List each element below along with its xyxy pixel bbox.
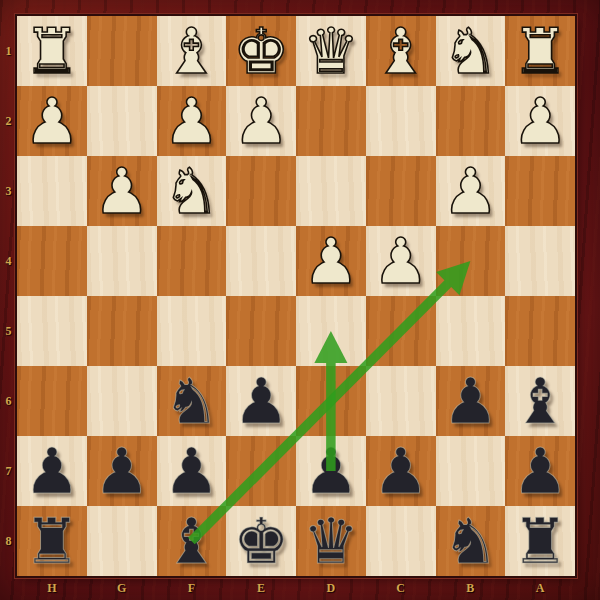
black-pawn-f7: ♟ <box>163 440 219 503</box>
square-a3[interactable] <box>505 156 575 226</box>
square-d5[interactable] <box>296 296 366 366</box>
black-knight-f6: ♞ <box>163 370 219 433</box>
square-f1[interactable]: ♝ <box>157 16 227 86</box>
square-e7[interactable] <box>226 436 296 506</box>
white-pawn-e2: ♟ <box>233 90 289 153</box>
white-bishop-c1: ♝ <box>372 20 428 83</box>
square-f4[interactable] <box>157 226 227 296</box>
file-label-a: A <box>505 578 575 598</box>
square-c4[interactable]: ♟ <box>366 226 436 296</box>
square-a1[interactable]: ♜ <box>505 16 575 86</box>
white-king-e1: ♚ <box>233 20 289 83</box>
square-a7[interactable]: ♟ <box>505 436 575 506</box>
square-e1[interactable]: ♚ <box>226 16 296 86</box>
square-b6[interactable]: ♟ <box>436 366 506 436</box>
black-rook-a8: ♜ <box>512 510 568 573</box>
square-d1[interactable]: ♛ <box>296 16 366 86</box>
white-pawn-d4: ♟ <box>303 230 359 293</box>
file-label-b: B <box>436 578 506 598</box>
black-pawn-g7: ♟ <box>93 440 149 503</box>
black-queen-d8: ♛ <box>303 510 359 573</box>
square-c5[interactable] <box>366 296 436 366</box>
square-h3[interactable] <box>17 156 87 226</box>
square-h7[interactable]: ♟ <box>17 436 87 506</box>
file-label-c: C <box>366 578 436 598</box>
square-c1[interactable]: ♝ <box>366 16 436 86</box>
square-d2[interactable] <box>296 86 366 156</box>
square-b3[interactable]: ♟ <box>436 156 506 226</box>
black-knight-b8: ♞ <box>442 510 498 573</box>
square-e3[interactable] <box>226 156 296 226</box>
square-c2[interactable] <box>366 86 436 156</box>
square-h2[interactable]: ♟ <box>17 86 87 156</box>
square-d8[interactable]: ♛ <box>296 506 366 576</box>
white-pawn-a2: ♟ <box>512 90 568 153</box>
rank-label-2: 2 <box>0 86 17 156</box>
black-pawn-a7: ♟ <box>512 440 568 503</box>
square-b7[interactable] <box>436 436 506 506</box>
square-a8[interactable]: ♜ <box>505 506 575 576</box>
square-b1[interactable]: ♞ <box>436 16 506 86</box>
white-bishop-f1: ♝ <box>163 20 219 83</box>
square-c8[interactable] <box>366 506 436 576</box>
chess-board: ♜♝♚♛♝♞♜♟♟♟♟♟♞♟♟♟♞♟♟♝♟♟♟♟♟♟♜♝♚♛♞♜ <box>17 16 575 576</box>
black-bishop-f8: ♝ <box>163 510 219 573</box>
square-f3[interactable]: ♞ <box>157 156 227 226</box>
square-g1[interactable] <box>87 16 157 86</box>
square-g2[interactable] <box>87 86 157 156</box>
square-f6[interactable]: ♞ <box>157 366 227 436</box>
square-d3[interactable] <box>296 156 366 226</box>
file-label-d: D <box>296 578 366 598</box>
square-h4[interactable] <box>17 226 87 296</box>
square-d4[interactable]: ♟ <box>296 226 366 296</box>
white-pawn-g3: ♟ <box>93 160 149 223</box>
square-h6[interactable] <box>17 366 87 436</box>
black-rook-h8: ♜ <box>24 510 80 573</box>
rank-label-4: 4 <box>0 226 17 296</box>
file-label-e: E <box>226 578 296 598</box>
square-d6[interactable] <box>296 366 366 436</box>
square-f8[interactable]: ♝ <box>157 506 227 576</box>
square-c7[interactable]: ♟ <box>366 436 436 506</box>
square-b4[interactable] <box>436 226 506 296</box>
square-b8[interactable]: ♞ <box>436 506 506 576</box>
square-e6[interactable]: ♟ <box>226 366 296 436</box>
white-pawn-h2: ♟ <box>24 90 80 153</box>
white-rook-a1: ♜ <box>512 20 568 83</box>
black-pawn-e6: ♟ <box>233 370 289 433</box>
square-g5[interactable] <box>87 296 157 366</box>
rank-label-3: 3 <box>0 156 17 226</box>
square-e8[interactable]: ♚ <box>226 506 296 576</box>
square-e5[interactable] <box>226 296 296 366</box>
square-c6[interactable] <box>366 366 436 436</box>
file-label-g: G <box>87 578 157 598</box>
black-pawn-c7: ♟ <box>372 440 428 503</box>
white-pawn-c4: ♟ <box>372 230 428 293</box>
square-g3[interactable]: ♟ <box>87 156 157 226</box>
square-h1[interactable]: ♜ <box>17 16 87 86</box>
white-rook-h1: ♜ <box>24 20 80 83</box>
white-pawn-f2: ♟ <box>163 90 219 153</box>
black-king-e8: ♚ <box>233 510 289 573</box>
black-pawn-b6: ♟ <box>442 370 498 433</box>
square-f5[interactable] <box>157 296 227 366</box>
rank-label-6: 6 <box>0 366 17 436</box>
square-d7[interactable]: ♟ <box>296 436 366 506</box>
rank-label-1: 1 <box>0 16 17 86</box>
square-a4[interactable] <box>505 226 575 296</box>
square-a2[interactable]: ♟ <box>505 86 575 156</box>
square-g6[interactable] <box>87 366 157 436</box>
square-h5[interactable] <box>17 296 87 366</box>
white-queen-d1: ♛ <box>303 20 359 83</box>
square-c3[interactable] <box>366 156 436 226</box>
square-e2[interactable]: ♟ <box>226 86 296 156</box>
square-g8[interactable] <box>87 506 157 576</box>
square-g7[interactable]: ♟ <box>87 436 157 506</box>
white-knight-f3: ♞ <box>163 160 219 223</box>
white-knight-b1: ♞ <box>442 20 498 83</box>
black-pawn-d7: ♟ <box>303 440 359 503</box>
square-b5[interactable] <box>436 296 506 366</box>
square-a6[interactable]: ♝ <box>505 366 575 436</box>
square-f7[interactable]: ♟ <box>157 436 227 506</box>
black-pawn-h7: ♟ <box>24 440 80 503</box>
square-f2[interactable]: ♟ <box>157 86 227 156</box>
square-b2[interactable] <box>436 86 506 156</box>
rank-label-5: 5 <box>0 296 17 366</box>
file-label-f: F <box>157 578 227 598</box>
rank-label-7: 7 <box>0 436 17 506</box>
square-h8[interactable]: ♜ <box>17 506 87 576</box>
square-e4[interactable] <box>226 226 296 296</box>
file-label-h: H <box>17 578 87 598</box>
white-pawn-b3: ♟ <box>442 160 498 223</box>
black-bishop-a6: ♝ <box>512 370 568 433</box>
rank-label-8: 8 <box>0 506 17 576</box>
board-frame: ♜♝♚♛♝♞♜♟♟♟♟♟♞♟♟♟♞♟♟♝♟♟♟♟♟♟♜♝♚♛♞♜ 1234567… <box>0 0 600 600</box>
square-g4[interactable] <box>87 226 157 296</box>
square-a5[interactable] <box>505 296 575 366</box>
